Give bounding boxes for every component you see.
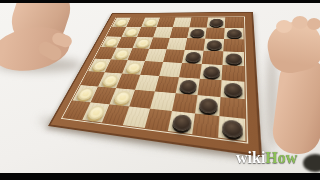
checker-light[interactable] bbox=[125, 62, 143, 73]
right-player-knuckle bbox=[276, 20, 292, 33]
checker-dark[interactable] bbox=[226, 29, 241, 38]
checker-dark[interactable] bbox=[209, 19, 223, 27]
checker-dark[interactable] bbox=[202, 66, 220, 79]
checkers-board bbox=[48, 12, 262, 157]
wikihow-wiki-text: wiki bbox=[236, 149, 265, 166]
checker-dark[interactable] bbox=[221, 119, 242, 138]
checker-light[interactable] bbox=[135, 38, 151, 47]
right-player-knuckle bbox=[292, 16, 308, 29]
checker-dark[interactable] bbox=[206, 40, 222, 50]
checker-dark[interactable] bbox=[184, 51, 201, 62]
checker-dark[interactable] bbox=[225, 53, 242, 64]
checker-light[interactable] bbox=[143, 19, 157, 26]
checker-dark[interactable] bbox=[198, 97, 218, 113]
checker-dark[interactable] bbox=[178, 79, 197, 93]
square-r1c5[interactable] bbox=[187, 27, 207, 38]
checker-dark[interactable] bbox=[223, 82, 242, 97]
square-r2c6[interactable] bbox=[204, 39, 224, 52]
checker-dark[interactable] bbox=[189, 29, 204, 38]
letterbox-top bbox=[0, 0, 320, 3]
letterbox-bottom bbox=[0, 173, 320, 180]
square-r0c6[interactable] bbox=[207, 17, 226, 27]
square-r2c7[interactable] bbox=[223, 39, 244, 52]
square-r3c5[interactable] bbox=[182, 50, 204, 64]
square-r4c5[interactable] bbox=[179, 63, 202, 79]
square-r7c7[interactable] bbox=[218, 116, 245, 141]
square-r1c7[interactable] bbox=[224, 28, 244, 40]
right-player-knuckle bbox=[307, 18, 320, 30]
wikihow-how-text: How bbox=[265, 149, 297, 166]
square-r5c6[interactable] bbox=[198, 79, 222, 97]
square-r1c6[interactable] bbox=[205, 28, 224, 39]
wikihow-watermark: wikiHow bbox=[236, 149, 297, 167]
square-r4c6[interactable] bbox=[200, 64, 223, 80]
square-r3c7[interactable] bbox=[222, 51, 244, 66]
photo-stage: wikiHow bbox=[0, 0, 320, 180]
bystander-shape bbox=[303, 154, 320, 172]
square-r3c6[interactable] bbox=[202, 51, 224, 65]
checker-light[interactable] bbox=[112, 90, 132, 104]
square-r2c5[interactable] bbox=[185, 38, 206, 50]
square-r7c5[interactable] bbox=[168, 111, 195, 134]
checker-dark[interactable] bbox=[171, 113, 192, 131]
square-r5c7[interactable] bbox=[221, 80, 245, 99]
square-r5c5[interactable] bbox=[176, 77, 200, 95]
square-r7c6[interactable] bbox=[192, 113, 219, 137]
square-r0c5[interactable] bbox=[189, 17, 208, 27]
square-r0c7[interactable] bbox=[225, 17, 244, 27]
square-r4c7[interactable] bbox=[222, 65, 245, 82]
